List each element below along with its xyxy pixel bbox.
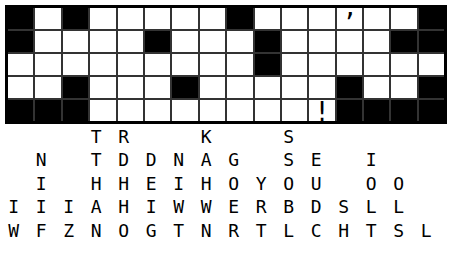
bank-letter: H bbox=[330, 219, 358, 243]
board-fill-cell[interactable] bbox=[90, 31, 115, 52]
board-fill-cell[interactable] bbox=[118, 77, 143, 98]
bank-empty bbox=[330, 172, 358, 196]
board-fill-cell[interactable] bbox=[63, 31, 88, 52]
board-fill-cell[interactable] bbox=[90, 8, 115, 29]
board-fill-cell[interactable] bbox=[282, 77, 307, 98]
board-fill-cell[interactable] bbox=[90, 100, 115, 121]
board-black-cell bbox=[8, 31, 33, 52]
bank-letter: N bbox=[193, 219, 221, 243]
board-fill-cell[interactable] bbox=[255, 100, 280, 121]
board-fill-cell[interactable] bbox=[309, 77, 334, 98]
bank-letter: H bbox=[83, 172, 111, 196]
bank-letter: N bbox=[28, 149, 56, 173]
board-fill-cell[interactable] bbox=[172, 31, 197, 52]
board-fill-cell[interactable] bbox=[145, 54, 170, 75]
board-fill-cell[interactable] bbox=[364, 54, 389, 75]
bank-letter: R bbox=[220, 219, 248, 243]
board-black-cell bbox=[35, 100, 60, 121]
bank-empty bbox=[138, 125, 166, 149]
board-black-cell bbox=[337, 77, 362, 98]
bank-letter: T bbox=[165, 219, 193, 243]
bank-empty bbox=[358, 125, 386, 149]
board-fill-cell[interactable] bbox=[172, 100, 197, 121]
board-fill-cell[interactable] bbox=[227, 31, 252, 52]
bank-empty bbox=[248, 149, 276, 173]
bank-letter: W bbox=[193, 196, 221, 220]
bank-letter: O bbox=[385, 172, 413, 196]
board-fill-cell[interactable] bbox=[172, 8, 197, 29]
bank-empty bbox=[0, 172, 28, 196]
board-fill-cell[interactable] bbox=[90, 54, 115, 75]
bank-empty bbox=[330, 149, 358, 173]
board-black-cell bbox=[227, 8, 252, 29]
bank-letter: Y bbox=[248, 172, 276, 196]
bank-letter: S bbox=[385, 219, 413, 243]
board-fill-cell[interactable] bbox=[282, 100, 307, 121]
bank-letter: E bbox=[220, 196, 248, 220]
bank-letter: E bbox=[138, 172, 166, 196]
bank-letter: E bbox=[303, 149, 331, 173]
board-fill-cell[interactable] bbox=[391, 54, 416, 75]
board-fill-cell[interactable] bbox=[118, 54, 143, 75]
bank-letter: D bbox=[303, 196, 331, 220]
bank-letter: T bbox=[83, 149, 111, 173]
fallen-phrase-puzzle: ’! TRKSNTDDNAGSEIIHHEIHOYOUOOIIIAHIWWERB… bbox=[0, 0, 450, 253]
bank-letter: O bbox=[358, 172, 386, 196]
bank-letter: H bbox=[110, 196, 138, 220]
bank-letter: H bbox=[110, 172, 138, 196]
bank-letter: A bbox=[83, 196, 111, 220]
bank-letter: I bbox=[55, 196, 83, 220]
board-black-cell bbox=[419, 8, 444, 29]
bank-letter: B bbox=[275, 196, 303, 220]
board-fill-cell[interactable] bbox=[282, 31, 307, 52]
bank-empty bbox=[55, 149, 83, 173]
bank-letter: R bbox=[110, 125, 138, 149]
bank-empty bbox=[55, 172, 83, 196]
board-fill-cell[interactable] bbox=[255, 8, 280, 29]
board-fill-cell[interactable] bbox=[364, 8, 389, 29]
bank-empty bbox=[413, 125, 441, 149]
board-fill-cell[interactable] bbox=[282, 54, 307, 75]
board-fill-cell[interactable] bbox=[35, 77, 60, 98]
letter-bank: TRKSNTDDNAGSEIIHHEIHOYOUOOIIIAHIWWERBDSL… bbox=[0, 125, 440, 243]
board-black-cell bbox=[172, 77, 197, 98]
bank-empty bbox=[220, 125, 248, 149]
board-fill-cell[interactable] bbox=[145, 8, 170, 29]
board-fill-cell[interactable] bbox=[200, 8, 225, 29]
board-black-cell bbox=[255, 54, 280, 75]
board-black-cell bbox=[419, 77, 444, 98]
bank-empty bbox=[248, 125, 276, 149]
bank-empty bbox=[165, 125, 193, 149]
bank-letter: O bbox=[220, 172, 248, 196]
board-fill-cell[interactable] bbox=[200, 31, 225, 52]
board-fill-cell[interactable] bbox=[118, 100, 143, 121]
bank-letter: W bbox=[0, 219, 28, 243]
bank-letter: I bbox=[28, 172, 56, 196]
puzzle-board: ’! bbox=[5, 5, 447, 124]
bank-empty bbox=[330, 125, 358, 149]
bank-letter: N bbox=[165, 149, 193, 173]
board-black-cell bbox=[391, 31, 416, 52]
bank-letter: N bbox=[83, 219, 111, 243]
bank-letter: L bbox=[358, 196, 386, 220]
board-fill-cell[interactable] bbox=[118, 31, 143, 52]
board-black-cell bbox=[8, 100, 33, 121]
bank-letter: G bbox=[138, 219, 166, 243]
board-exclamation-cell: ! bbox=[309, 100, 334, 121]
board-fill-cell[interactable] bbox=[145, 77, 170, 98]
bank-letter: I bbox=[138, 196, 166, 220]
exclamation-glyph: ! bbox=[309, 99, 334, 125]
board-fill-cell[interactable] bbox=[172, 54, 197, 75]
board-black-cell bbox=[63, 77, 88, 98]
board-fill-cell[interactable] bbox=[90, 77, 115, 98]
bank-letter: G bbox=[220, 149, 248, 173]
bank-letter: D bbox=[110, 149, 138, 173]
bank-empty bbox=[413, 172, 441, 196]
board-fill-cell[interactable] bbox=[63, 54, 88, 75]
bank-letter: S bbox=[330, 196, 358, 220]
board-black-cell bbox=[391, 100, 416, 121]
board-fill-cell[interactable] bbox=[364, 31, 389, 52]
bank-letter: F bbox=[28, 219, 56, 243]
board-apostrophe-cell: ’ bbox=[337, 8, 362, 29]
board-fill-cell[interactable] bbox=[8, 54, 33, 75]
board-fill-cell[interactable] bbox=[364, 77, 389, 98]
bank-letter: I bbox=[28, 196, 56, 220]
board-fill-cell[interactable] bbox=[227, 77, 252, 98]
bank-empty bbox=[28, 125, 56, 149]
board-fill-cell[interactable] bbox=[337, 54, 362, 75]
bank-letter: K bbox=[193, 125, 221, 149]
bank-empty bbox=[413, 196, 441, 220]
bank-letter: L bbox=[413, 219, 441, 243]
board-fill-cell[interactable] bbox=[227, 100, 252, 121]
board-fill-cell[interactable] bbox=[35, 54, 60, 75]
board-black-cell bbox=[8, 8, 33, 29]
board-black-cell bbox=[63, 100, 88, 121]
bank-letter: U bbox=[303, 172, 331, 196]
bank-letter: O bbox=[110, 219, 138, 243]
bank-letter: S bbox=[275, 149, 303, 173]
bank-letter: L bbox=[275, 219, 303, 243]
board-fill-cell[interactable] bbox=[282, 8, 307, 29]
board-black-cell bbox=[63, 8, 88, 29]
bank-empty bbox=[55, 125, 83, 149]
bank-letter: H bbox=[193, 172, 221, 196]
board-fill-cell[interactable] bbox=[200, 77, 225, 98]
board-fill-cell[interactable] bbox=[337, 31, 362, 52]
board-fill-cell[interactable] bbox=[145, 100, 170, 121]
bank-letter: I bbox=[165, 172, 193, 196]
board-fill-cell[interactable] bbox=[118, 8, 143, 29]
bank-letter: S bbox=[275, 125, 303, 149]
board-fill-cell[interactable] bbox=[309, 8, 334, 29]
board-black-cell bbox=[364, 100, 389, 121]
board-black-cell bbox=[419, 100, 444, 121]
bank-letter: R bbox=[248, 196, 276, 220]
bank-empty bbox=[0, 125, 28, 149]
bank-letter: C bbox=[303, 219, 331, 243]
bank-letter: A bbox=[193, 149, 221, 173]
bank-empty bbox=[303, 125, 331, 149]
bank-empty bbox=[385, 125, 413, 149]
bank-letter: Z bbox=[55, 219, 83, 243]
board-fill-cell[interactable] bbox=[200, 100, 225, 121]
board-black-cell bbox=[145, 31, 170, 52]
board-fill-cell[interactable] bbox=[419, 54, 444, 75]
bank-letter: T bbox=[83, 125, 111, 149]
board-black-cell bbox=[419, 31, 444, 52]
bank-empty bbox=[385, 149, 413, 173]
board-fill-cell[interactable] bbox=[35, 8, 60, 29]
board-fill-cell[interactable] bbox=[391, 77, 416, 98]
board-fill-cell[interactable] bbox=[309, 54, 334, 75]
board-fill-cell[interactable] bbox=[200, 54, 225, 75]
board-fill-cell[interactable] bbox=[8, 77, 33, 98]
bank-empty bbox=[0, 149, 28, 173]
board-fill-cell[interactable] bbox=[391, 8, 416, 29]
board-fill-cell[interactable] bbox=[227, 54, 252, 75]
bank-empty bbox=[413, 149, 441, 173]
bank-letter: O bbox=[275, 172, 303, 196]
board-black-cell bbox=[255, 31, 280, 52]
bank-letter: I bbox=[358, 149, 386, 173]
bank-letter: L bbox=[385, 196, 413, 220]
board-fill-cell[interactable] bbox=[255, 77, 280, 98]
bank-letter: D bbox=[138, 149, 166, 173]
board-black-cell bbox=[337, 100, 362, 121]
board-fill-cell[interactable] bbox=[309, 31, 334, 52]
bank-letter: T bbox=[248, 219, 276, 243]
board-fill-cell[interactable] bbox=[35, 31, 60, 52]
bank-letter: I bbox=[0, 196, 28, 220]
bank-letter: W bbox=[165, 196, 193, 220]
bank-letter: T bbox=[358, 219, 386, 243]
